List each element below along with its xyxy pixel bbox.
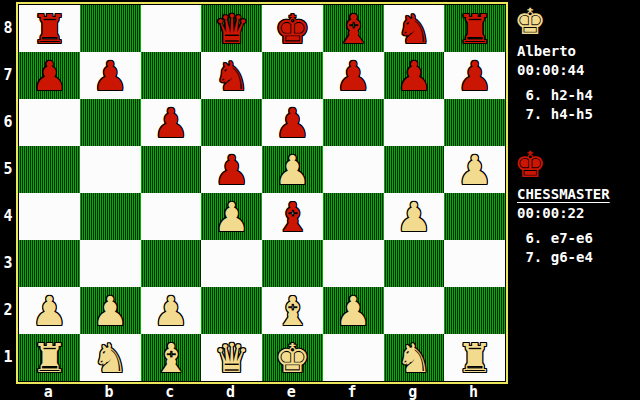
player-red-moves: 6. e7-e6 7. g6-e4 — [508, 229, 640, 267]
chessmaster-screen: 87654321 ♜♛♚♝♞♜♟♟♞♟♟♟♟♟♟♟♟♟♝♟♟♟♟♝♟♜♞♝♛♚♞… — [0, 0, 640, 400]
square-b4[interactable] — [80, 193, 141, 240]
square-h1[interactable]: ♜ — [444, 334, 505, 381]
square-f7[interactable]: ♟ — [323, 52, 384, 99]
rank-label-2: 2 — [0, 286, 16, 333]
square-g4[interactable]: ♟ — [384, 193, 445, 240]
file-label-a: a — [18, 384, 79, 400]
square-d1[interactable]: ♛ — [201, 334, 262, 381]
red-bishop: ♝ — [335, 9, 371, 49]
square-f1[interactable] — [323, 334, 384, 381]
square-e7[interactable] — [262, 52, 323, 99]
move-row: 6. h2-h4 — [508, 86, 640, 105]
square-b3[interactable] — [80, 240, 141, 287]
square-h5[interactable]: ♟ — [444, 146, 505, 193]
red-king-icon: ♚ — [508, 145, 640, 185]
white-pawn: ♟ — [214, 197, 250, 237]
player-red-clock: 00:00:22 — [508, 204, 640, 223]
white-pawn: ♟ — [92, 291, 128, 331]
square-b8[interactable] — [80, 5, 141, 52]
square-d8[interactable]: ♛ — [201, 5, 262, 52]
square-g8[interactable]: ♞ — [384, 5, 445, 52]
white-knight: ♞ — [92, 338, 128, 378]
square-a4[interactable] — [19, 193, 80, 240]
square-d2[interactable] — [201, 287, 262, 334]
square-h6[interactable] — [444, 99, 505, 146]
square-a5[interactable] — [19, 146, 80, 193]
square-c4[interactable] — [141, 193, 202, 240]
square-e8[interactable]: ♚ — [262, 5, 323, 52]
red-pawn: ♟ — [457, 56, 493, 96]
white-rook: ♜ — [31, 338, 67, 378]
square-d4[interactable]: ♟ — [201, 193, 262, 240]
red-rook: ♜ — [31, 9, 67, 49]
red-bishop: ♝ — [274, 197, 310, 237]
rank-label-6: 6 — [0, 98, 16, 145]
square-g7[interactable]: ♟ — [384, 52, 445, 99]
rank-labels: 87654321 — [0, 4, 16, 380]
white-queen: ♛ — [214, 338, 250, 378]
square-g6[interactable] — [384, 99, 445, 146]
file-labels: abcdefgh — [18, 384, 504, 400]
square-c8[interactable] — [141, 5, 202, 52]
red-pawn: ♟ — [335, 56, 371, 96]
square-f3[interactable] — [323, 240, 384, 287]
red-pawn: ♟ — [31, 56, 67, 96]
white-bishop: ♝ — [274, 291, 310, 331]
white-knight: ♞ — [396, 338, 432, 378]
rank-label-3: 3 — [0, 239, 16, 286]
square-d5[interactable]: ♟ — [201, 146, 262, 193]
square-e4[interactable]: ♝ — [262, 193, 323, 240]
chess-board: ♜♛♚♝♞♜♟♟♞♟♟♟♟♟♟♟♟♟♝♟♟♟♟♝♟♜♞♝♛♚♞♜ — [19, 5, 505, 381]
white-pawn: ♟ — [31, 291, 67, 331]
white-king: ♚ — [274, 338, 310, 378]
square-c3[interactable] — [141, 240, 202, 287]
square-a2[interactable]: ♟ — [19, 287, 80, 334]
square-f5[interactable] — [323, 146, 384, 193]
rank-label-5: 5 — [0, 145, 16, 192]
file-label-c: c — [140, 384, 201, 400]
white-bishop: ♝ — [153, 338, 189, 378]
white-pawn: ♟ — [153, 291, 189, 331]
square-d3[interactable] — [201, 240, 262, 287]
square-e2[interactable]: ♝ — [262, 287, 323, 334]
square-a1[interactable]: ♜ — [19, 334, 80, 381]
white-pawn: ♟ — [335, 291, 371, 331]
square-b1[interactable]: ♞ — [80, 334, 141, 381]
square-h8[interactable]: ♜ — [444, 5, 505, 52]
square-h4[interactable] — [444, 193, 505, 240]
square-a7[interactable]: ♟ — [19, 52, 80, 99]
rank-label-1: 1 — [0, 333, 16, 380]
rank-label-7: 7 — [0, 51, 16, 98]
player-red-name: CHESSMASTER — [508, 185, 640, 204]
square-h3[interactable] — [444, 240, 505, 287]
file-label-e: e — [261, 384, 322, 400]
square-a6[interactable] — [19, 99, 80, 146]
red-knight: ♞ — [396, 9, 432, 49]
file-label-f: f — [322, 384, 383, 400]
red-pawn: ♟ — [274, 103, 310, 143]
square-f8[interactable]: ♝ — [323, 5, 384, 52]
white-pawn: ♟ — [274, 150, 310, 190]
file-label-g: g — [383, 384, 444, 400]
red-pawn: ♟ — [153, 103, 189, 143]
square-b2[interactable]: ♟ — [80, 287, 141, 334]
square-f2[interactable]: ♟ — [323, 287, 384, 334]
chess-board-frame: ♜♛♚♝♞♜♟♟♞♟♟♟♟♟♟♟♟♟♝♟♟♟♟♝♟♜♞♝♛♚♞♜ — [16, 2, 508, 384]
player-red-panel: ♚ CHESSMASTER 00:00:22 6. e7-e6 7. g6-e4 — [508, 145, 640, 267]
square-h2[interactable] — [444, 287, 505, 334]
square-d6[interactable] — [201, 99, 262, 146]
move-row: 7. h4-h5 — [508, 105, 640, 124]
white-king-icon: ♚ — [508, 2, 640, 42]
red-pawn: ♟ — [396, 56, 432, 96]
square-g3[interactable] — [384, 240, 445, 287]
square-c7[interactable] — [141, 52, 202, 99]
player-white-name: Alberto — [508, 42, 640, 61]
move-row: 6. e7-e6 — [508, 229, 640, 248]
red-pawn: ♟ — [214, 150, 250, 190]
red-queen: ♛ — [214, 9, 250, 49]
rank-label-4: 4 — [0, 192, 16, 239]
red-king: ♚ — [274, 9, 310, 49]
file-label-b: b — [79, 384, 140, 400]
square-e5[interactable]: ♟ — [262, 146, 323, 193]
player-white-moves: 6. h2-h4 7. h4-h5 — [508, 86, 640, 124]
square-b7[interactable]: ♟ — [80, 52, 141, 99]
square-e6[interactable]: ♟ — [262, 99, 323, 146]
square-b5[interactable] — [80, 146, 141, 193]
square-f6[interactable] — [323, 99, 384, 146]
square-e1[interactable]: ♚ — [262, 334, 323, 381]
square-c1[interactable]: ♝ — [141, 334, 202, 381]
square-f4[interactable] — [323, 193, 384, 240]
square-b6[interactable] — [80, 99, 141, 146]
move-row: 7. g6-e4 — [508, 248, 640, 267]
square-d7[interactable]: ♞ — [201, 52, 262, 99]
file-label-d: d — [200, 384, 261, 400]
square-h7[interactable]: ♟ — [444, 52, 505, 99]
square-g5[interactable] — [384, 146, 445, 193]
rank-label-8: 8 — [0, 4, 16, 51]
square-g2[interactable] — [384, 287, 445, 334]
white-pawn: ♟ — [457, 150, 493, 190]
square-c6[interactable]: ♟ — [141, 99, 202, 146]
square-c2[interactable]: ♟ — [141, 287, 202, 334]
player-white-clock: 00:00:44 — [508, 61, 640, 80]
square-e3[interactable] — [262, 240, 323, 287]
square-g1[interactable]: ♞ — [384, 334, 445, 381]
square-a3[interactable] — [19, 240, 80, 287]
file-label-h: h — [443, 384, 504, 400]
square-c5[interactable] — [141, 146, 202, 193]
white-pawn: ♟ — [396, 197, 432, 237]
sidebar: ♚ Alberto 00:00:44 6. h2-h4 7. h4-h5 ♚ C… — [508, 0, 640, 400]
red-pawn: ♟ — [92, 56, 128, 96]
red-knight: ♞ — [214, 56, 250, 96]
red-rook: ♜ — [457, 9, 493, 49]
white-rook: ♜ — [457, 338, 493, 378]
square-a8[interactable]: ♜ — [19, 5, 80, 52]
player-white-panel: ♚ Alberto 00:00:44 6. h2-h4 7. h4-h5 — [508, 2, 640, 124]
